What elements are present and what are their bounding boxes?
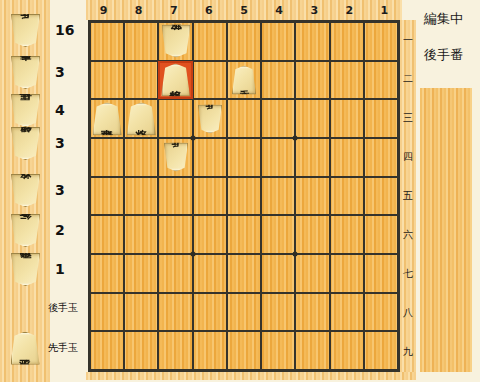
board-cell-6-5[interactable] [193,177,227,216]
board-cell-9-4[interactable] [90,138,124,177]
board-cell-3-4[interactable] [295,138,329,177]
board-cell-3-5[interactable] [295,177,329,216]
piecebox-slot[interactable]: 桂馬 [0,94,50,127]
board-cell-7-8[interactable] [158,293,192,332]
board-cell-8-9[interactable] [124,331,158,370]
board-cell-5-7[interactable] [227,254,261,293]
piecebox-row-pawn[interactable]: 歩兵 16 [0,11,88,49]
board-cell-3-9[interactable] [295,331,329,370]
rank-label-6: 六 [400,216,416,255]
piecebox-slot[interactable]: 金将 [0,174,50,207]
rank-labels: 一二三四五六七八九 [400,20,416,372]
piecebox-piece-bishop[interactable]: 角行 [11,214,40,247]
piecebox-slot[interactable]: 玉将 [0,332,50,365]
piecebox-count-pawn: 16 [55,22,74,38]
board-piece-lance-52[interactable]: 香 [232,66,256,95]
board-cell-4-9[interactable] [261,331,295,370]
board-cell-6-2[interactable] [193,61,227,100]
board-cell-9-6[interactable] [90,215,124,254]
file-labels: 987654321 [86,0,402,20]
rank-label-4: 四 [400,137,416,176]
board-cell-5-1[interactable] [227,22,261,61]
board-cell-2-3[interactable] [330,99,364,138]
board-cell-1-8[interactable] [364,293,398,332]
rank-label-3: 三 [400,98,416,137]
board-cell-8-5[interactable] [124,177,158,216]
board-cell-5-4[interactable] [227,138,261,177]
board-cell-4-8[interactable] [261,293,295,332]
board-frame-bottom [86,372,416,380]
board-cell-1-4[interactable] [364,138,398,177]
board-cell-1-3[interactable] [364,99,398,138]
board-cell-4-6[interactable] [261,215,295,254]
board-cell-5-9[interactable] [227,331,261,370]
file-label-4: 4 [262,0,297,20]
board-cell-2-7[interactable] [330,254,364,293]
board-cell-8-7[interactable] [124,254,158,293]
board-cell-9-9[interactable] [90,331,124,370]
sente-king-label: 先手玉 [48,341,78,355]
board-piece-rook-93[interactable]: 飛車 [93,102,122,135]
piecebox-row-gote-king[interactable]: 後手玉 [0,289,88,327]
board-cell-7-7[interactable] [158,254,192,293]
piecebox-piece-sente-king[interactable]: 玉将 [11,332,40,365]
piecebox-row-lance[interactable]: 香車 3 [0,53,88,91]
board-cell-9-1[interactable] [90,22,124,61]
board-cell-8-4[interactable] [124,138,158,177]
piecebox-piece-pawn[interactable]: 歩兵 [11,14,40,47]
board-cell-7-3[interactable] [158,99,192,138]
board-cell-3-2[interactable] [295,61,329,100]
board-cell-9-7[interactable] [90,254,124,293]
board-cell-2-8[interactable] [330,293,364,332]
piecebox-count-knight: 4 [55,102,65,118]
board-cell-5-5[interactable] [227,177,261,216]
board-cell-6-9[interactable] [193,331,227,370]
file-label-1: 1 [367,0,402,20]
piecebox-row-sente-king[interactable]: 玉将 先手玉 [0,329,88,367]
piecebox-piece-gold[interactable]: 金将 [11,174,40,207]
board-cell-8-6[interactable] [124,215,158,254]
board-cell-4-3[interactable] [261,99,295,138]
file-label-8: 8 [121,0,156,20]
file-label-7: 7 [156,0,191,20]
gote-hand-panel[interactable] [420,88,472,372]
piecebox-count-bishop: 2 [55,222,65,238]
piecebox-piece-lance[interactable]: 香車 [11,56,40,89]
board-cell-3-3[interactable] [295,99,329,138]
piecebox-row-bishop[interactable]: 角行 2 [0,211,88,249]
board-cell-3-8[interactable] [295,293,329,332]
board-cell-7-6[interactable] [158,215,192,254]
file-label-3: 3 [297,0,332,20]
piecebox-slot[interactable]: 歩兵 [0,14,50,47]
piecebox-count-lance: 3 [55,64,65,80]
rank-label-8: 八 [400,294,416,333]
piecebox-slot[interactable]: 銀将 [0,127,50,160]
gote-king-label: 後手玉 [48,301,78,315]
board-cell-1-6[interactable] [364,215,398,254]
board-cell-8-2[interactable] [124,61,158,100]
turn-indicator: 後手番 [424,46,463,64]
piecebox-row-rook[interactable]: 飛車 1 [0,250,88,288]
board-cell-1-2[interactable] [364,61,398,100]
board-cell-4-7[interactable] [261,254,295,293]
board-piece-silver-72[interactable]: 銀将 [161,64,190,97]
board-cell-6-8[interactable] [193,293,227,332]
board-cell-8-8[interactable] [124,293,158,332]
board-cell-4-4[interactable] [261,138,295,177]
board-cell-2-9[interactable] [330,331,364,370]
rank-label-1: 一 [400,20,416,59]
piecebox-count-gold: 3 [55,182,65,198]
board-cell-5-3[interactable] [227,99,261,138]
file-label-2: 2 [332,0,367,20]
board-cell-2-6[interactable] [330,215,364,254]
board-cell-9-2[interactable] [90,61,124,100]
board-cell-9-5[interactable] [90,177,124,216]
board-cell-1-1[interactable] [364,22,398,61]
board-piece-gold-83[interactable]: 金将 [127,102,156,135]
board-cell-6-4[interactable] [193,138,227,177]
board-cell-2-5[interactable] [330,177,364,216]
editing-status: 編集中 [424,10,463,28]
board-cell-4-2[interactable] [261,61,295,100]
piecebox-slot[interactable]: 角行 [0,214,50,247]
board-cell-4-1[interactable] [261,22,295,61]
board-cell-1-7[interactable] [364,254,398,293]
piecebox-piece-silver[interactable]: 銀将 [11,127,40,160]
rank-label-5: 五 [400,176,416,215]
piecebox-count-silver: 3 [55,135,65,151]
board-cell-1-5[interactable] [364,177,398,216]
file-label-6: 6 [191,0,226,20]
piecebox-row-silver[interactable]: 銀将 3 [0,124,88,162]
rank-label-7: 七 [400,255,416,294]
board-cell-6-6[interactable] [193,215,227,254]
board-cell-3-6[interactable] [295,215,329,254]
board-piece-pawn-63[interactable]: 歩兵 [198,104,222,133]
board-cell-7-9[interactable] [158,331,192,370]
piecebox-piece-rook[interactable]: 飛車 [11,253,40,286]
piecebox-row-gold[interactable]: 金将 3 [0,171,88,209]
piecebox-count-rook: 1 [55,261,65,277]
board-cell-3-1[interactable] [295,22,329,61]
piecebox-slot[interactable]: 香車 [0,56,50,89]
board-cell-2-1[interactable] [330,22,364,61]
board-cell-6-1[interactable] [193,22,227,61]
board-cell-2-2[interactable] [330,61,364,100]
board-cell-9-8[interactable] [90,293,124,332]
board-cell-4-5[interactable] [261,177,295,216]
board-cell-7-5[interactable] [158,177,192,216]
board-cell-5-8[interactable] [227,293,261,332]
board-cell-6-7[interactable] [193,254,227,293]
file-label-9: 9 [86,0,121,20]
board-cell-8-1[interactable] [124,22,158,61]
rank-label-9: 九 [400,333,416,372]
board-cell-3-7[interactable] [295,254,329,293]
board-cell-1-9[interactable] [364,331,398,370]
board-cell-5-6[interactable] [227,215,261,254]
piecebox-piece-knight[interactable]: 桂馬 [11,94,40,127]
board-cell-2-4[interactable] [330,138,364,177]
piecebox-slot[interactable]: 飛車 [0,253,50,286]
rank-label-2: 二 [400,59,416,98]
file-label-5: 5 [226,0,261,20]
